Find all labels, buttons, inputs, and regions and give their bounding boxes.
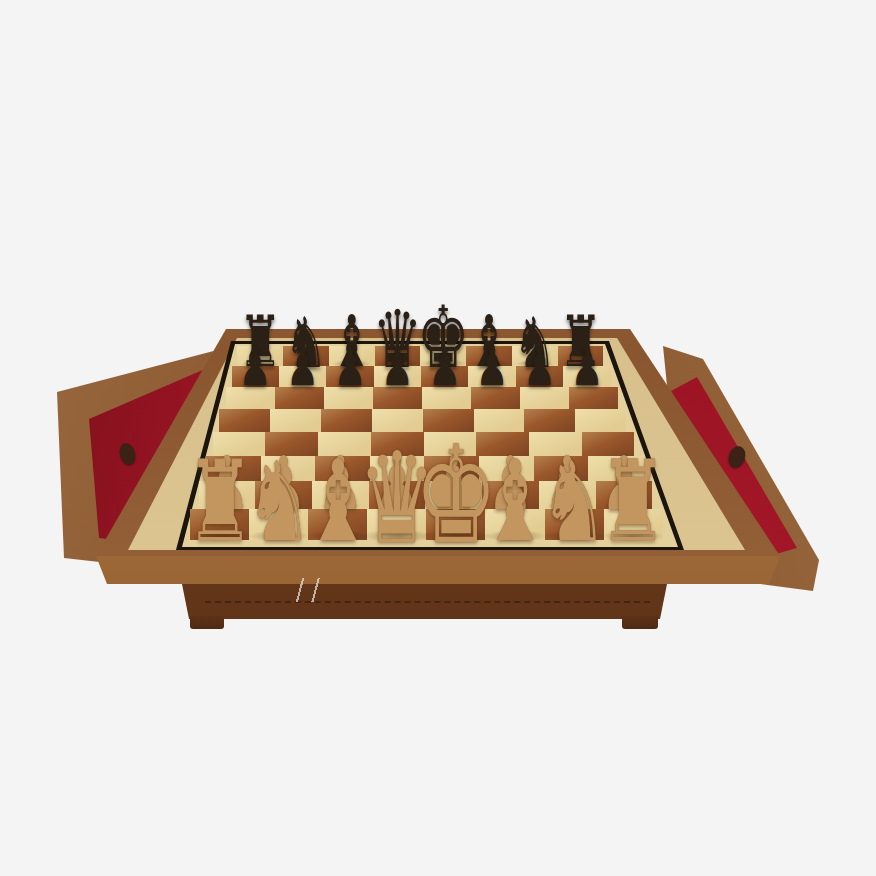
piece-black-pawn-a7[interactable]: ♟ <box>239 342 272 395</box>
piece-black-pawn-c7[interactable]: ♟ <box>334 342 367 395</box>
piece-black-pawn-g7[interactable]: ♟ <box>523 342 556 395</box>
piece-black-pawn-e7[interactable]: ♟ <box>428 342 461 395</box>
piece-white-rook-h1[interactable]: ♜ <box>598 447 667 559</box>
piece-black-pawn-d7[interactable]: ♟ <box>381 342 414 395</box>
piece-black-pawn-f7[interactable]: ♟ <box>476 342 509 395</box>
chess-set-photo: ♜♞♝♛♚♝♞♜♟♟♟♟♟♟♟♟♟♟♟♟♟♟♟♟♜♞♝♛♚♝♞♜ <box>0 0 876 876</box>
piece-black-pawn-h7[interactable]: ♟ <box>571 342 604 395</box>
piece-black-pawn-b7[interactable]: ♟ <box>286 342 319 395</box>
pieces-layer: ♜♞♝♛♚♝♞♜♟♟♟♟♟♟♟♟♟♟♟♟♟♟♟♟♜♞♝♛♚♝♞♜ <box>0 0 876 876</box>
